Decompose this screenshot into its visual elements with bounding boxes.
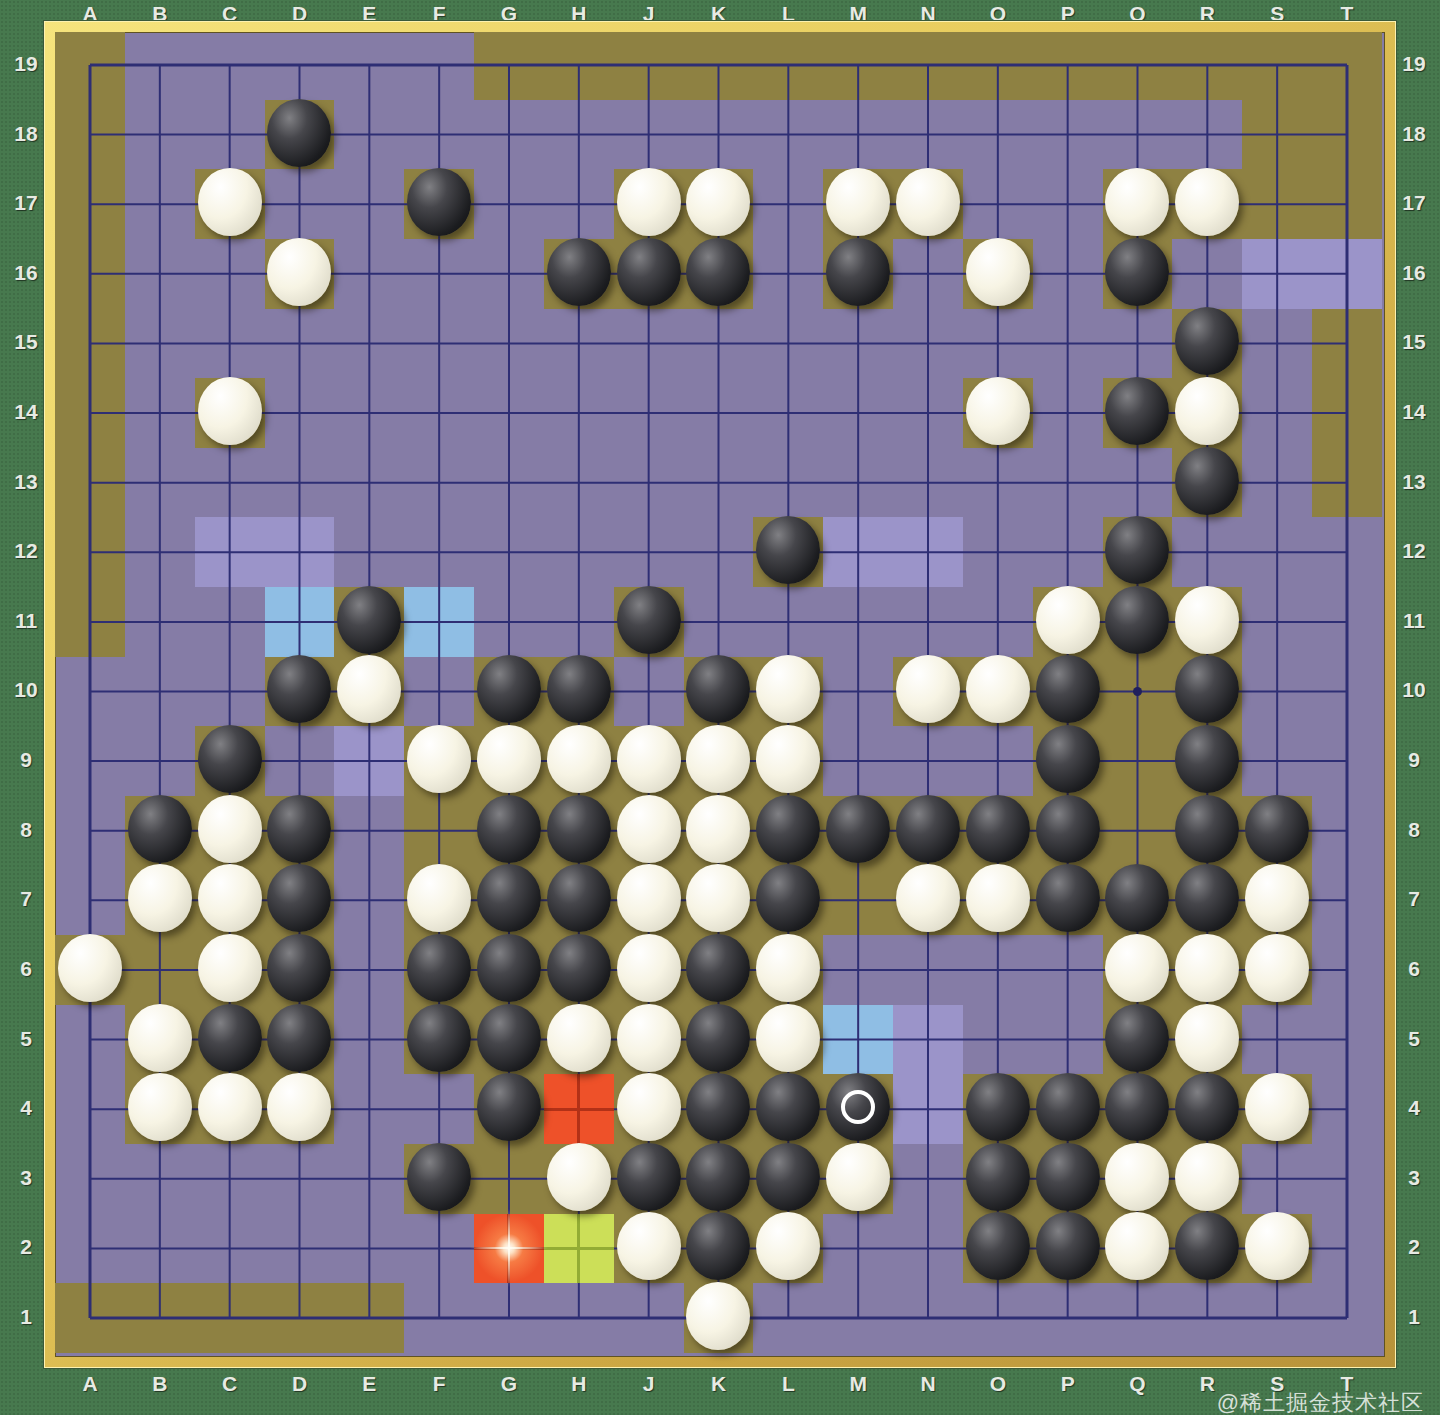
stone-white-J9[interactable] [617, 725, 681, 793]
stone-white-M3[interactable] [826, 1143, 890, 1211]
stone-black-C9[interactable] [198, 725, 262, 793]
stone-white-G9[interactable] [477, 725, 541, 793]
row-label-2: 2 [8, 1235, 44, 1259]
stone-white-P11[interactable] [1036, 586, 1100, 654]
stone-black-M8[interactable] [826, 795, 890, 863]
stone-black-S8[interactable] [1245, 795, 1309, 863]
stone-black-F3[interactable] [407, 1143, 471, 1211]
stone-black-O4[interactable] [966, 1073, 1030, 1141]
stone-black-G10[interactable] [477, 655, 541, 723]
stone-white-Q3[interactable] [1105, 1143, 1169, 1211]
stone-black-G8[interactable] [477, 795, 541, 863]
last-move-sparkle [467, 1206, 551, 1290]
col-label-G: G [489, 1372, 529, 1396]
row-label-18: 18 [8, 122, 44, 146]
stone-white-M17[interactable] [826, 168, 890, 236]
stone-black-F6[interactable] [407, 934, 471, 1002]
stone-black-G6[interactable] [477, 934, 541, 1002]
stone-black-G7[interactable] [477, 864, 541, 932]
stone-white-S6[interactable] [1245, 934, 1309, 1002]
stone-white-N17[interactable] [896, 168, 960, 236]
stone-black-O8[interactable] [966, 795, 1030, 863]
stone-white-Q6[interactable] [1105, 934, 1169, 1002]
stone-white-O10[interactable] [966, 655, 1030, 723]
col-label-D: D [279, 1372, 319, 1396]
col-label-C: C [210, 1372, 250, 1396]
row-label-6: 6 [8, 957, 44, 981]
stone-white-A6[interactable] [58, 934, 122, 1002]
stone-black-O2[interactable] [966, 1212, 1030, 1280]
row-label-12: 12 [1396, 539, 1432, 563]
stone-white-S4[interactable] [1245, 1073, 1309, 1141]
stone-white-C8[interactable] [198, 795, 262, 863]
stone-black-R8[interactable] [1175, 795, 1239, 863]
stone-white-L6[interactable] [756, 934, 820, 1002]
stone-white-R11[interactable] [1175, 586, 1239, 654]
row-label-11: 11 [8, 609, 44, 633]
stone-black-K5[interactable] [686, 1004, 750, 1072]
col-label-H: H [559, 1372, 599, 1396]
row-label-9: 9 [8, 748, 44, 772]
row-label-19: 19 [1396, 52, 1432, 76]
row-label-8: 8 [8, 818, 44, 842]
stone-black-G5[interactable] [477, 1004, 541, 1072]
stone-white-C4[interactable] [198, 1073, 262, 1141]
col-label-E: E [349, 1372, 389, 1396]
stone-black-R13[interactable] [1175, 447, 1239, 515]
col-label-O: O [978, 1372, 1018, 1396]
row-label-5: 5 [8, 1027, 44, 1051]
stone-white-F7[interactable] [407, 864, 471, 932]
stone-black-L3[interactable] [756, 1143, 820, 1211]
stone-black-Q11[interactable] [1105, 586, 1169, 654]
stone-black-H16[interactable] [547, 238, 611, 306]
stone-black-P4[interactable] [1036, 1073, 1100, 1141]
row-label-15: 15 [8, 330, 44, 354]
stone-black-C5[interactable] [198, 1004, 262, 1072]
stone-black-M16[interactable] [826, 238, 890, 306]
stone-white-J4[interactable] [617, 1073, 681, 1141]
stone-white-B7[interactable] [128, 864, 192, 932]
row-label-1: 1 [8, 1305, 44, 1329]
col-label-M: M [838, 1372, 878, 1396]
stone-black-Q5[interactable] [1105, 1004, 1169, 1072]
row-label-10: 10 [1396, 678, 1432, 702]
stone-black-D5[interactable] [267, 1004, 331, 1072]
row-label-17: 17 [1396, 191, 1432, 215]
stone-black-J3[interactable] [617, 1143, 681, 1211]
row-label-4: 4 [1396, 1096, 1432, 1120]
stone-black-H8[interactable] [547, 795, 611, 863]
row-label-15: 15 [1396, 330, 1432, 354]
stone-white-R3[interactable] [1175, 1143, 1239, 1211]
row-label-5: 5 [1396, 1027, 1432, 1051]
row-label-11: 11 [1396, 609, 1432, 633]
row-label-16: 16 [1396, 261, 1432, 285]
move-marker-circle [841, 1090, 875, 1124]
col-label-F: F [419, 1372, 459, 1396]
stone-black-R9[interactable] [1175, 725, 1239, 793]
stone-white-H9[interactable] [547, 725, 611, 793]
row-label-8: 8 [1396, 818, 1432, 842]
stone-black-P7[interactable] [1036, 864, 1100, 932]
stone-black-F17[interactable] [407, 168, 471, 236]
stone-black-H7[interactable] [547, 864, 611, 932]
col-label-P: P [1048, 1372, 1088, 1396]
stone-black-B8[interactable] [128, 795, 192, 863]
stone-black-K3[interactable] [686, 1143, 750, 1211]
stone-white-L5[interactable] [756, 1004, 820, 1072]
stone-white-H5[interactable] [547, 1004, 611, 1072]
stone-black-P8[interactable] [1036, 795, 1100, 863]
stone-white-S7[interactable] [1245, 864, 1309, 932]
go-board[interactable] [55, 32, 1385, 1357]
row-label-13: 13 [8, 470, 44, 494]
stone-black-D18[interactable] [267, 99, 331, 167]
stone-black-P9[interactable] [1036, 725, 1100, 793]
stone-white-N10[interactable] [896, 655, 960, 723]
row-label-7: 7 [8, 887, 44, 911]
row-label-6: 6 [1396, 957, 1432, 981]
stone-black-P3[interactable] [1036, 1143, 1100, 1211]
stone-black-P10[interactable] [1036, 655, 1100, 723]
col-label-L: L [768, 1372, 808, 1396]
row-label-7: 7 [1396, 887, 1432, 911]
stone-white-C14[interactable] [198, 377, 262, 445]
row-label-19: 19 [8, 52, 44, 76]
stone-white-F9[interactable] [407, 725, 471, 793]
stone-white-B5[interactable] [128, 1004, 192, 1072]
stone-white-J2[interactable] [617, 1212, 681, 1280]
hoshi-point [1133, 687, 1142, 696]
stone-black-E11[interactable] [337, 586, 401, 654]
col-label-J: J [629, 1372, 669, 1396]
stone-black-N8[interactable] [896, 795, 960, 863]
stone-black-D6[interactable] [267, 934, 331, 1002]
col-label-N: N [908, 1372, 948, 1396]
stone-white-H3[interactable] [547, 1143, 611, 1211]
stone-black-M4[interactable] [826, 1073, 890, 1141]
row-label-9: 9 [1396, 748, 1432, 772]
stone-white-K8[interactable] [686, 795, 750, 863]
col-label-B: B [140, 1372, 180, 1396]
row-label-13: 13 [1396, 470, 1432, 494]
stone-white-R14[interactable] [1175, 377, 1239, 445]
row-label-2: 2 [1396, 1235, 1432, 1259]
stone-black-K16[interactable] [686, 238, 750, 306]
stone-white-J5[interactable] [617, 1004, 681, 1072]
board-frame [44, 21, 1396, 1368]
col-label-Q: Q [1117, 1372, 1157, 1396]
col-label-A: A [70, 1372, 110, 1396]
row-label-4: 4 [8, 1096, 44, 1120]
stone-white-J7[interactable] [617, 864, 681, 932]
row-label-14: 14 [8, 400, 44, 424]
stone-white-O16[interactable] [966, 238, 1030, 306]
row-label-1: 1 [1396, 1305, 1432, 1329]
stone-white-R5[interactable] [1175, 1004, 1239, 1072]
stone-white-L9[interactable] [756, 725, 820, 793]
highlight-green-H2[interactable] [544, 1214, 614, 1284]
stone-black-H6[interactable] [547, 934, 611, 1002]
stone-white-O14[interactable] [966, 377, 1030, 445]
stone-white-J17[interactable] [617, 168, 681, 236]
stone-white-C7[interactable] [198, 864, 262, 932]
row-label-14: 14 [1396, 400, 1432, 424]
row-label-18: 18 [1396, 122, 1432, 146]
row-label-10: 10 [8, 678, 44, 702]
stone-white-N7[interactable] [896, 864, 960, 932]
stone-white-J8[interactable] [617, 795, 681, 863]
highlight-red-H4[interactable] [544, 1074, 614, 1144]
row-label-16: 16 [8, 261, 44, 285]
stone-black-J16[interactable] [617, 238, 681, 306]
stone-black-L8[interactable] [756, 795, 820, 863]
col-label-K: K [698, 1372, 738, 1396]
stone-white-J6[interactable] [617, 934, 681, 1002]
stone-white-C17[interactable] [198, 168, 262, 236]
stone-black-F5[interactable] [407, 1004, 471, 1072]
stone-white-B4[interactable] [128, 1073, 192, 1141]
stone-black-J11[interactable] [617, 586, 681, 654]
stone-white-C6[interactable] [198, 934, 262, 1002]
stone-black-O3[interactable] [966, 1143, 1030, 1211]
stone-black-H10[interactable] [547, 655, 611, 723]
stone-white-D16[interactable] [267, 238, 331, 306]
stone-white-R6[interactable] [1175, 934, 1239, 1002]
stone-black-G4[interactable] [477, 1073, 541, 1141]
row-label-12: 12 [8, 539, 44, 563]
watermark: @稀土掘金技术社区 [1217, 1388, 1424, 1415]
stone-black-D8[interactable] [267, 795, 331, 863]
stone-black-Q16[interactable] [1105, 238, 1169, 306]
stone-white-O7[interactable] [966, 864, 1030, 932]
stone-black-K6[interactable] [686, 934, 750, 1002]
stone-black-P2[interactable] [1036, 1212, 1100, 1280]
row-label-3: 3 [1396, 1166, 1432, 1190]
row-label-3: 3 [8, 1166, 44, 1190]
row-label-17: 17 [8, 191, 44, 215]
